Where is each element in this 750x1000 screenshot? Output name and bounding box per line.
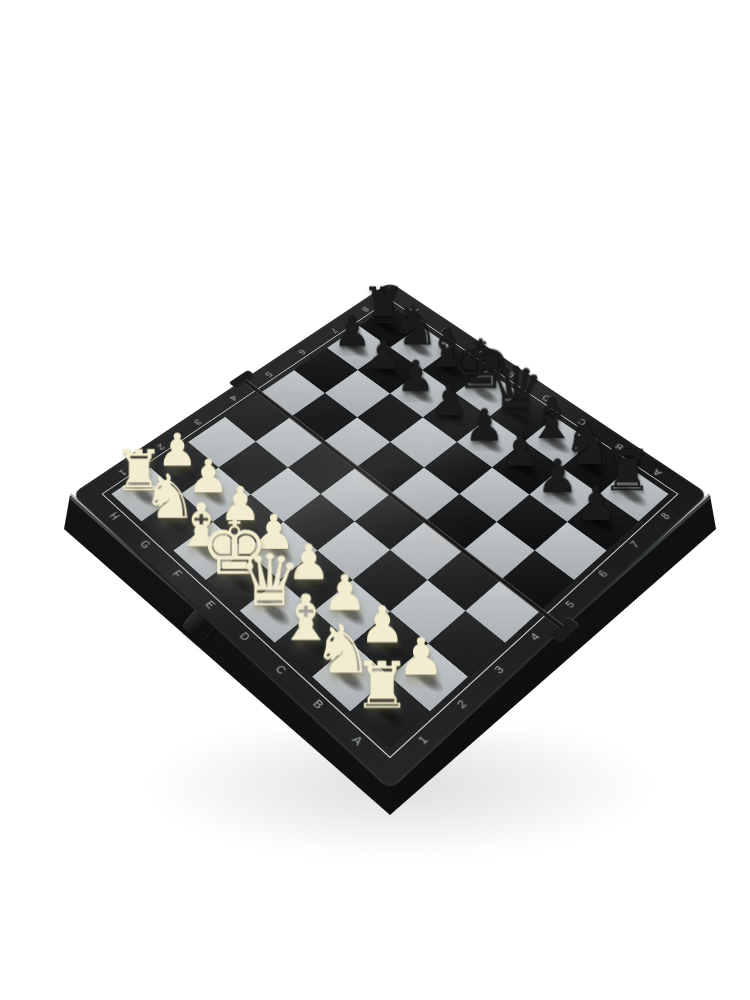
file-label-near-d: D xyxy=(237,630,252,643)
rank-label-left-5: 5 xyxy=(263,370,274,378)
square-a1: ♜ xyxy=(350,676,430,747)
rank-label-left-4: 4 xyxy=(228,394,239,402)
rank-label-right-1: 1 xyxy=(416,734,430,747)
file-label-near-e: E xyxy=(203,599,217,611)
piece-glyph: ♜ xyxy=(336,654,428,718)
file-label-near-h: H xyxy=(107,511,121,522)
rank-label-left-6: 6 xyxy=(296,348,307,356)
rank-label-right-6: 6 xyxy=(596,569,609,579)
piece-glyph: ♟ xyxy=(556,480,638,527)
rank-label-right-3: 3 xyxy=(492,664,506,676)
file-label-near-b: B xyxy=(311,698,326,711)
file-label-near-g: G xyxy=(138,539,153,550)
rank-label-right-8: 8 xyxy=(659,511,672,521)
square-a7: ♟ xyxy=(567,494,638,550)
file-label-near-f: F xyxy=(170,569,184,580)
rank-label-right-4: 4 xyxy=(528,631,542,642)
rank-label-right-2: 2 xyxy=(455,698,469,710)
file-label-near-a: A xyxy=(350,734,365,748)
rank-label-right-7: 7 xyxy=(629,539,642,549)
chess-set-photo: { "game": "chess", "scene": "Folding mag… xyxy=(0,0,750,1000)
rank-label-right-5: 5 xyxy=(563,599,576,610)
square-a6 xyxy=(535,522,607,580)
file-label-near-c: C xyxy=(273,663,288,676)
